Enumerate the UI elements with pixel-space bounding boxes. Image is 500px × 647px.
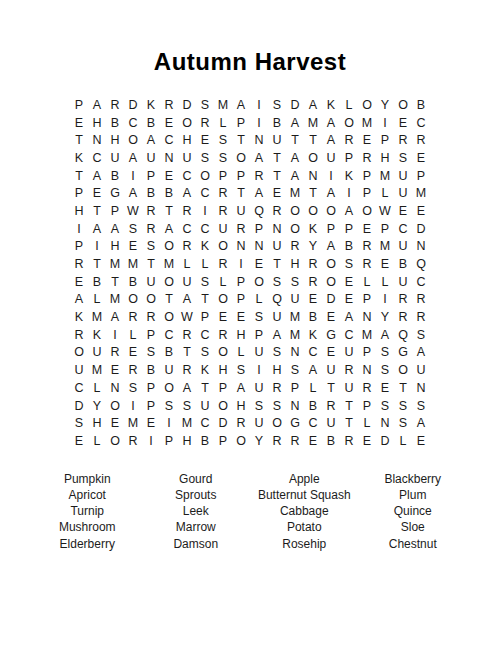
grid-cell[interactable]: L bbox=[376, 273, 394, 291]
grid-cell[interactable]: S bbox=[250, 397, 268, 415]
grid-cell[interactable]: C bbox=[178, 167, 196, 185]
grid-cell[interactable]: R bbox=[394, 291, 412, 309]
grid-cell[interactable]: C bbox=[340, 326, 358, 344]
grid-cell[interactable]: C bbox=[88, 149, 106, 167]
grid-cell[interactable]: P bbox=[232, 291, 250, 309]
grid-cell[interactable]: T bbox=[232, 131, 250, 149]
grid-cell[interactable]: U bbox=[250, 379, 268, 397]
grid-cell[interactable]: E bbox=[394, 114, 412, 132]
grid-cell[interactable]: D bbox=[124, 96, 142, 114]
grid-cell[interactable]: O bbox=[304, 202, 322, 220]
grid-cell[interactable]: E bbox=[340, 273, 358, 291]
grid-cell[interactable]: H bbox=[106, 131, 124, 149]
grid-cell[interactable]: N bbox=[88, 131, 106, 149]
grid-cell[interactable]: C bbox=[70, 379, 88, 397]
grid-cell[interactable]: E bbox=[304, 291, 322, 309]
grid-cell[interactable]: R bbox=[178, 361, 196, 379]
grid-cell[interactable]: A bbox=[106, 220, 124, 238]
grid-cell[interactable]: B bbox=[124, 273, 142, 291]
grid-cell[interactable]: L bbox=[340, 96, 358, 114]
grid-cell[interactable]: U bbox=[70, 361, 88, 379]
grid-cell[interactable]: R bbox=[358, 255, 376, 273]
grid-cell[interactable]: Y bbox=[250, 432, 268, 450]
grid-cell[interactable]: R bbox=[268, 432, 286, 450]
grid-cell[interactable]: O bbox=[232, 432, 250, 450]
grid-cell[interactable]: A bbox=[376, 326, 394, 344]
grid-cell[interactable]: R bbox=[178, 238, 196, 256]
grid-cell[interactable]: S bbox=[214, 131, 232, 149]
grid-cell[interactable]: I bbox=[250, 114, 268, 132]
grid-cell[interactable]: R bbox=[124, 308, 142, 326]
grid-cell[interactable]: K bbox=[70, 308, 88, 326]
grid-cell[interactable]: T bbox=[232, 184, 250, 202]
grid-cell[interactable]: A bbox=[340, 202, 358, 220]
grid-cell[interactable]: H bbox=[286, 255, 304, 273]
grid-cell[interactable]: P bbox=[214, 379, 232, 397]
grid-cell[interactable]: S bbox=[394, 414, 412, 432]
grid-cell[interactable]: A bbox=[124, 149, 142, 167]
grid-cell[interactable]: O bbox=[394, 361, 412, 379]
grid-cell[interactable]: U bbox=[268, 308, 286, 326]
grid-cell[interactable]: O bbox=[106, 432, 124, 450]
grid-cell[interactable]: L bbox=[88, 432, 106, 450]
grid-cell[interactable]: S bbox=[412, 326, 430, 344]
grid-cell[interactable]: L bbox=[232, 344, 250, 362]
grid-cell[interactable]: S bbox=[286, 273, 304, 291]
grid-cell[interactable]: B bbox=[160, 344, 178, 362]
grid-cell[interactable]: D bbox=[322, 291, 340, 309]
grid-cell[interactable]: O bbox=[250, 273, 268, 291]
grid-cell[interactable]: O bbox=[124, 131, 142, 149]
grid-cell[interactable]: A bbox=[412, 414, 430, 432]
grid-cell[interactable]: I bbox=[88, 238, 106, 256]
grid-cell[interactable]: S bbox=[376, 397, 394, 415]
grid-cell[interactable]: B bbox=[304, 397, 322, 415]
grid-cell[interactable]: N bbox=[268, 220, 286, 238]
grid-cell[interactable]: R bbox=[142, 202, 160, 220]
grid-cell[interactable]: H bbox=[178, 131, 196, 149]
grid-cell[interactable]: E bbox=[160, 114, 178, 132]
grid-cell[interactable]: S bbox=[376, 344, 394, 362]
grid-cell[interactable]: C bbox=[196, 326, 214, 344]
grid-cell[interactable]: R bbox=[106, 344, 124, 362]
grid-cell[interactable]: M bbox=[358, 114, 376, 132]
grid-cell[interactable]: U bbox=[232, 202, 250, 220]
grid-cell[interactable]: A bbox=[70, 291, 88, 309]
grid-cell[interactable]: I bbox=[376, 291, 394, 309]
grid-cell[interactable]: D bbox=[70, 397, 88, 415]
grid-cell[interactable]: O bbox=[214, 397, 232, 415]
grid-cell[interactable]: P bbox=[358, 167, 376, 185]
grid-cell[interactable]: I bbox=[250, 96, 268, 114]
grid-cell[interactable]: R bbox=[394, 131, 412, 149]
grid-cell[interactable]: E bbox=[250, 255, 268, 273]
grid-cell[interactable]: T bbox=[196, 291, 214, 309]
grid-cell[interactable]: L bbox=[250, 291, 268, 309]
grid-cell[interactable]: O bbox=[142, 291, 160, 309]
grid-cell[interactable]: E bbox=[376, 255, 394, 273]
grid-cell[interactable]: U bbox=[250, 344, 268, 362]
grid-cell[interactable]: L bbox=[88, 291, 106, 309]
grid-cell[interactable]: L bbox=[376, 184, 394, 202]
grid-cell[interactable]: P bbox=[232, 114, 250, 132]
grid-cell[interactable]: N bbox=[232, 238, 250, 256]
grid-cell[interactable]: R bbox=[178, 326, 196, 344]
grid-cell[interactable]: Y bbox=[376, 96, 394, 114]
grid-cell[interactable]: T bbox=[142, 255, 160, 273]
grid-cell[interactable]: O bbox=[196, 167, 214, 185]
grid-cell[interactable]: B bbox=[340, 238, 358, 256]
grid-cell[interactable]: Q bbox=[268, 291, 286, 309]
grid-cell[interactable]: U bbox=[142, 149, 160, 167]
grid-cell[interactable]: N bbox=[106, 379, 124, 397]
grid-cell[interactable]: H bbox=[376, 149, 394, 167]
grid-cell[interactable]: B bbox=[160, 184, 178, 202]
grid-cell[interactable]: A bbox=[286, 167, 304, 185]
grid-cell[interactable]: I bbox=[376, 114, 394, 132]
grid-cell[interactable]: U bbox=[106, 149, 124, 167]
grid-cell[interactable]: E bbox=[160, 167, 178, 185]
grid-cell[interactable]: I bbox=[322, 167, 340, 185]
grid-cell[interactable]: O bbox=[160, 379, 178, 397]
grid-cell[interactable]: M bbox=[124, 414, 142, 432]
grid-cell[interactable]: A bbox=[124, 184, 142, 202]
grid-cell[interactable]: S bbox=[142, 238, 160, 256]
grid-cell[interactable]: S bbox=[142, 344, 160, 362]
grid-cell[interactable]: R bbox=[304, 273, 322, 291]
grid-cell[interactable]: A bbox=[88, 96, 106, 114]
grid-cell[interactable]: A bbox=[142, 131, 160, 149]
grid-cell[interactable]: S bbox=[124, 220, 142, 238]
grid-cell[interactable]: B bbox=[322, 432, 340, 450]
grid-cell[interactable]: P bbox=[70, 238, 88, 256]
grid-cell[interactable]: L bbox=[304, 379, 322, 397]
grid-cell[interactable]: M bbox=[286, 326, 304, 344]
grid-cell[interactable]: S bbox=[196, 273, 214, 291]
grid-cell[interactable]: O bbox=[268, 414, 286, 432]
grid-cell[interactable]: K bbox=[304, 220, 322, 238]
grid-cell[interactable]: D bbox=[376, 432, 394, 450]
grid-cell[interactable]: O bbox=[70, 344, 88, 362]
grid-cell[interactable]: C bbox=[160, 131, 178, 149]
grid-cell[interactable]: E bbox=[124, 238, 142, 256]
grid-cell[interactable]: T bbox=[178, 344, 196, 362]
grid-cell[interactable]: S bbox=[394, 397, 412, 415]
grid-cell[interactable]: R bbox=[142, 220, 160, 238]
grid-cell[interactable]: C bbox=[412, 114, 430, 132]
grid-cell[interactable]: B bbox=[142, 184, 160, 202]
grid-cell[interactable]: T bbox=[268, 255, 286, 273]
grid-cell[interactable]: S bbox=[70, 414, 88, 432]
grid-cell[interactable]: S bbox=[196, 344, 214, 362]
grid-cell[interactable]: N bbox=[412, 379, 430, 397]
grid-cell[interactable]: C bbox=[196, 414, 214, 432]
grid-cell[interactable]: E bbox=[70, 114, 88, 132]
grid-cell[interactable]: E bbox=[88, 184, 106, 202]
grid-cell[interactable]: E bbox=[70, 273, 88, 291]
grid-cell[interactable]: P bbox=[250, 326, 268, 344]
grid-cell[interactable]: O bbox=[124, 291, 142, 309]
grid-cell[interactable]: R bbox=[268, 202, 286, 220]
grid-cell[interactable]: O bbox=[214, 291, 232, 309]
grid-cell[interactable]: U bbox=[196, 397, 214, 415]
grid-cell[interactable]: B bbox=[106, 114, 124, 132]
grid-cell[interactable]: A bbox=[178, 379, 196, 397]
grid-cell[interactable]: S bbox=[178, 397, 196, 415]
grid-cell[interactable]: K bbox=[196, 238, 214, 256]
grid-cell[interactable]: P bbox=[142, 167, 160, 185]
grid-cell[interactable]: U bbox=[394, 167, 412, 185]
grid-cell[interactable]: N bbox=[304, 167, 322, 185]
grid-cell[interactable]: P bbox=[232, 273, 250, 291]
grid-cell[interactable]: T bbox=[286, 131, 304, 149]
grid-cell[interactable]: A bbox=[304, 361, 322, 379]
grid-cell[interactable]: E bbox=[304, 432, 322, 450]
grid-cell[interactable]: I bbox=[106, 326, 124, 344]
grid-cell[interactable]: S bbox=[268, 344, 286, 362]
grid-cell[interactable]: N bbox=[358, 308, 376, 326]
grid-cell[interactable]: O bbox=[214, 238, 232, 256]
grid-cell[interactable]: O bbox=[232, 149, 250, 167]
grid-cell[interactable]: P bbox=[358, 184, 376, 202]
grid-cell[interactable]: A bbox=[160, 220, 178, 238]
grid-cell[interactable]: R bbox=[214, 184, 232, 202]
grid-cell[interactable]: T bbox=[394, 379, 412, 397]
grid-cell[interactable]: P bbox=[340, 220, 358, 238]
grid-cell[interactable]: C bbox=[124, 114, 142, 132]
grid-cell[interactable]: K bbox=[70, 149, 88, 167]
grid-cell[interactable]: M bbox=[286, 184, 304, 202]
grid-cell[interactable]: M bbox=[412, 184, 430, 202]
grid-cell[interactable]: M bbox=[286, 308, 304, 326]
grid-cell[interactable]: B bbox=[196, 432, 214, 450]
grid-cell[interactable]: D bbox=[412, 220, 430, 238]
grid-cell[interactable]: A bbox=[106, 308, 124, 326]
grid-cell[interactable]: C bbox=[196, 184, 214, 202]
grid-cell[interactable]: O bbox=[106, 397, 124, 415]
grid-cell[interactable]: S bbox=[250, 308, 268, 326]
grid-cell[interactable]: U bbox=[340, 344, 358, 362]
grid-cell[interactable]: R bbox=[70, 326, 88, 344]
grid-cell[interactable]: O bbox=[322, 255, 340, 273]
grid-cell[interactable]: R bbox=[232, 414, 250, 432]
grid-cell[interactable]: A bbox=[178, 291, 196, 309]
grid-cell[interactable]: E bbox=[358, 432, 376, 450]
grid-cell[interactable]: N bbox=[160, 149, 178, 167]
grid-cell[interactable]: K bbox=[304, 326, 322, 344]
grid-cell[interactable]: A bbox=[322, 238, 340, 256]
grid-cell[interactable]: M bbox=[358, 326, 376, 344]
grid-cell[interactable]: T bbox=[304, 184, 322, 202]
grid-cell[interactable]: I bbox=[250, 361, 268, 379]
grid-cell[interactable]: E bbox=[124, 344, 142, 362]
grid-cell[interactable]: I bbox=[70, 220, 88, 238]
grid-cell[interactable]: E bbox=[106, 414, 124, 432]
grid-cell[interactable]: C bbox=[394, 220, 412, 238]
grid-cell[interactable]: M bbox=[106, 291, 124, 309]
grid-cell[interactable]: R bbox=[214, 202, 232, 220]
grid-cell[interactable]: N bbox=[376, 414, 394, 432]
grid-cell[interactable]: N bbox=[358, 361, 376, 379]
grid-cell[interactable]: R bbox=[142, 308, 160, 326]
grid-cell[interactable]: I bbox=[160, 414, 178, 432]
grid-cell[interactable]: A bbox=[250, 149, 268, 167]
grid-cell[interactable]: S bbox=[376, 361, 394, 379]
grid-cell[interactable]: R bbox=[340, 131, 358, 149]
grid-cell[interactable]: N bbox=[250, 238, 268, 256]
grid-cell[interactable]: M bbox=[304, 114, 322, 132]
grid-cell[interactable]: R bbox=[106, 96, 124, 114]
grid-cell[interactable]: B bbox=[268, 114, 286, 132]
grid-cell[interactable]: P bbox=[358, 344, 376, 362]
grid-cell[interactable]: L bbox=[358, 273, 376, 291]
grid-cell[interactable]: P bbox=[286, 379, 304, 397]
grid-cell[interactable]: Y bbox=[376, 308, 394, 326]
grid-cell[interactable]: R bbox=[70, 255, 88, 273]
grid-cell[interactable]: U bbox=[88, 344, 106, 362]
grid-cell[interactable]: G bbox=[286, 414, 304, 432]
grid-cell[interactable]: S bbox=[232, 361, 250, 379]
grid-cell[interactable]: T bbox=[268, 149, 286, 167]
grid-cell[interactable]: A bbox=[250, 184, 268, 202]
grid-cell[interactable]: T bbox=[304, 131, 322, 149]
grid-cell[interactable]: S bbox=[268, 397, 286, 415]
grid-cell[interactable]: U bbox=[412, 361, 430, 379]
grid-cell[interactable]: M bbox=[124, 255, 142, 273]
grid-cell[interactable]: U bbox=[268, 131, 286, 149]
grid-cell[interactable]: L bbox=[214, 114, 232, 132]
grid-cell[interactable]: A bbox=[322, 184, 340, 202]
grid-cell[interactable]: P bbox=[232, 167, 250, 185]
grid-cell[interactable]: R bbox=[412, 291, 430, 309]
grid-cell[interactable]: N bbox=[286, 397, 304, 415]
grid-cell[interactable]: R bbox=[232, 220, 250, 238]
grid-cell[interactable]: S bbox=[214, 149, 232, 167]
grid-cell[interactable]: U bbox=[214, 220, 232, 238]
grid-cell[interactable]: E bbox=[340, 291, 358, 309]
grid-cell[interactable]: K bbox=[340, 167, 358, 185]
grid-cell[interactable]: M bbox=[106, 255, 124, 273]
grid-cell[interactable]: E bbox=[412, 432, 430, 450]
grid-cell[interactable]: P bbox=[358, 291, 376, 309]
grid-cell[interactable]: R bbox=[340, 361, 358, 379]
grid-cell[interactable]: A bbox=[412, 344, 430, 362]
grid-cell[interactable]: U bbox=[394, 184, 412, 202]
grid-cell[interactable]: O bbox=[178, 114, 196, 132]
grid-cell[interactable]: P bbox=[142, 326, 160, 344]
grid-cell[interactable]: R bbox=[268, 379, 286, 397]
grid-cell[interactable]: R bbox=[358, 149, 376, 167]
grid-cell[interactable]: H bbox=[70, 202, 88, 220]
grid-cell[interactable]: M bbox=[178, 414, 196, 432]
grid-cell[interactable]: A bbox=[88, 167, 106, 185]
grid-cell[interactable]: T bbox=[268, 167, 286, 185]
grid-cell[interactable]: A bbox=[322, 131, 340, 149]
grid-cell[interactable]: I bbox=[196, 202, 214, 220]
grid-cell[interactable]: H bbox=[88, 114, 106, 132]
grid-cell[interactable]: B bbox=[106, 167, 124, 185]
grid-cell[interactable]: D bbox=[214, 414, 232, 432]
grid-cell[interactable]: B bbox=[88, 273, 106, 291]
grid-cell[interactable]: O bbox=[160, 238, 178, 256]
grid-cell[interactable]: U bbox=[250, 414, 268, 432]
grid-cell[interactable]: R bbox=[340, 432, 358, 450]
grid-cell[interactable]: U bbox=[178, 273, 196, 291]
grid-cell[interactable]: U bbox=[286, 291, 304, 309]
grid-cell[interactable]: G bbox=[394, 344, 412, 362]
grid-cell[interactable]: P bbox=[358, 397, 376, 415]
grid-cell[interactable]: S bbox=[196, 96, 214, 114]
grid-cell[interactable]: T bbox=[70, 167, 88, 185]
grid-cell[interactable]: H bbox=[268, 361, 286, 379]
grid-cell[interactable]: C bbox=[412, 273, 430, 291]
grid-cell[interactable]: E bbox=[322, 344, 340, 362]
grid-cell[interactable]: N bbox=[286, 344, 304, 362]
grid-cell[interactable]: U bbox=[394, 273, 412, 291]
grid-cell[interactable]: U bbox=[178, 149, 196, 167]
grid-cell[interactable]: E bbox=[196, 131, 214, 149]
grid-cell[interactable]: I bbox=[142, 432, 160, 450]
grid-cell[interactable]: E bbox=[268, 184, 286, 202]
grid-cell[interactable]: P bbox=[142, 379, 160, 397]
grid-cell[interactable]: R bbox=[322, 397, 340, 415]
grid-cell[interactable]: U bbox=[142, 273, 160, 291]
grid-cell[interactable]: A bbox=[88, 220, 106, 238]
grid-cell[interactable]: U bbox=[340, 379, 358, 397]
grid-cell[interactable]: P bbox=[214, 167, 232, 185]
grid-cell[interactable]: R bbox=[286, 432, 304, 450]
grid-cell[interactable]: T bbox=[160, 291, 178, 309]
grid-cell[interactable]: B bbox=[304, 308, 322, 326]
grid-cell[interactable]: H bbox=[214, 361, 232, 379]
grid-cell[interactable]: R bbox=[214, 255, 232, 273]
grid-cell[interactable]: T bbox=[340, 397, 358, 415]
grid-cell[interactable]: T bbox=[106, 273, 124, 291]
grid-cell[interactable]: L bbox=[196, 255, 214, 273]
grid-cell[interactable]: S bbox=[160, 397, 178, 415]
grid-cell[interactable]: E bbox=[376, 379, 394, 397]
grid-cell[interactable]: W bbox=[124, 202, 142, 220]
grid-cell[interactable]: C bbox=[178, 220, 196, 238]
grid-cell[interactable]: P bbox=[376, 220, 394, 238]
grid-cell[interactable]: S bbox=[268, 96, 286, 114]
grid-cell[interactable]: M bbox=[160, 255, 178, 273]
grid-cell[interactable]: R bbox=[412, 308, 430, 326]
grid-cell[interactable]: L bbox=[178, 255, 196, 273]
grid-cell[interactable]: R bbox=[160, 96, 178, 114]
grid-cell[interactable]: B bbox=[412, 96, 430, 114]
grid-cell[interactable]: E bbox=[214, 308, 232, 326]
grid-cell[interactable]: R bbox=[358, 379, 376, 397]
grid-cell[interactable]: M bbox=[376, 238, 394, 256]
grid-cell[interactable]: U bbox=[322, 149, 340, 167]
grid-cell[interactable]: A bbox=[178, 184, 196, 202]
grid-cell[interactable]: W bbox=[178, 308, 196, 326]
grid-cell[interactable]: H bbox=[178, 432, 196, 450]
grid-cell[interactable]: P bbox=[340, 149, 358, 167]
grid-cell[interactable]: S bbox=[268, 273, 286, 291]
grid-cell[interactable]: O bbox=[286, 202, 304, 220]
grid-cell[interactable]: G bbox=[106, 184, 124, 202]
grid-cell[interactable]: U bbox=[322, 414, 340, 432]
grid-cell[interactable]: T bbox=[70, 131, 88, 149]
grid-cell[interactable]: R bbox=[394, 308, 412, 326]
grid-cell[interactable]: T bbox=[340, 414, 358, 432]
grid-cell[interactable]: A bbox=[304, 96, 322, 114]
grid-cell[interactable]: S bbox=[196, 149, 214, 167]
grid-cell[interactable]: R bbox=[304, 255, 322, 273]
grid-cell[interactable]: O bbox=[160, 308, 178, 326]
